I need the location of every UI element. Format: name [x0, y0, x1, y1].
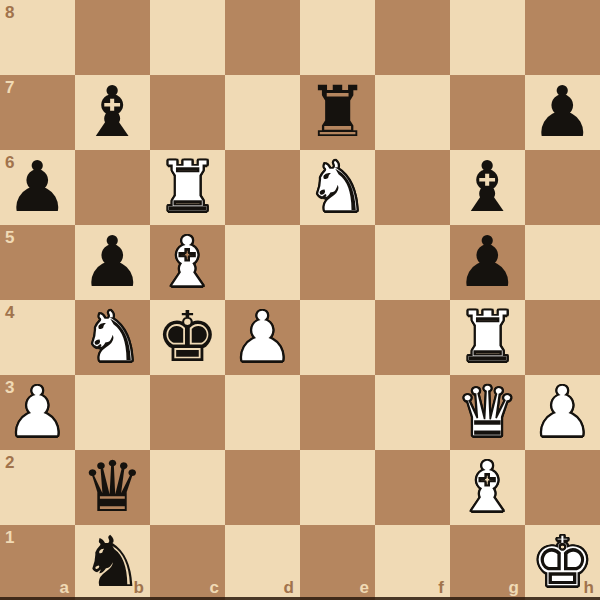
piece-black-knight-b1[interactable]: ♞: [75, 525, 150, 600]
piece-black-pawn-h7[interactable]: ♟: [525, 75, 600, 150]
square-g7[interactable]: [450, 75, 525, 150]
piece-white-pawn-a3[interactable]: ♟: [0, 375, 75, 450]
square-c1[interactable]: c: [150, 525, 225, 600]
chess-board: 87♝♜♟6♟♜♞♝5♟♝♟4♞♚♟♜3♟♛♟2♛♝1ab♞cdefgh♚: [0, 0, 600, 600]
square-e1[interactable]: e: [300, 525, 375, 600]
rank-label-7: 7: [5, 79, 14, 96]
rank-label-5: 5: [5, 229, 14, 246]
square-f3[interactable]: [375, 375, 450, 450]
square-a1[interactable]: 1a: [0, 525, 75, 600]
square-a6[interactable]: 6♟: [0, 150, 75, 225]
square-g8[interactable]: [450, 0, 525, 75]
square-c5[interactable]: ♝: [150, 225, 225, 300]
piece-white-pawn-d4[interactable]: ♟: [225, 300, 300, 375]
rank-label-4: 4: [5, 304, 14, 321]
square-b8[interactable]: [75, 0, 150, 75]
rank-label-1: 1: [5, 529, 14, 546]
piece-white-bishop-c5[interactable]: ♝: [150, 225, 225, 300]
square-a4[interactable]: 4: [0, 300, 75, 375]
square-d3[interactable]: [225, 375, 300, 450]
square-c7[interactable]: [150, 75, 225, 150]
square-e5[interactable]: [300, 225, 375, 300]
square-c4[interactable]: ♚: [150, 300, 225, 375]
square-d7[interactable]: [225, 75, 300, 150]
square-h4[interactable]: [525, 300, 600, 375]
file-label-a: a: [60, 579, 69, 596]
square-g6[interactable]: ♝: [450, 150, 525, 225]
piece-white-knight-b4[interactable]: ♞: [75, 300, 150, 375]
square-b6[interactable]: [75, 150, 150, 225]
square-e6[interactable]: ♞: [300, 150, 375, 225]
file-label-c: c: [210, 579, 219, 596]
file-label-f: f: [438, 579, 444, 596]
piece-black-bishop-b7[interactable]: ♝: [75, 75, 150, 150]
square-d6[interactable]: [225, 150, 300, 225]
square-c8[interactable]: [150, 0, 225, 75]
square-d4[interactable]: ♟: [225, 300, 300, 375]
square-e3[interactable]: [300, 375, 375, 450]
square-h2[interactable]: [525, 450, 600, 525]
square-h6[interactable]: [525, 150, 600, 225]
square-h7[interactable]: ♟: [525, 75, 600, 150]
square-g3[interactable]: ♛: [450, 375, 525, 450]
square-b1[interactable]: b♞: [75, 525, 150, 600]
square-f7[interactable]: [375, 75, 450, 150]
square-e7[interactable]: ♜: [300, 75, 375, 150]
square-d1[interactable]: d: [225, 525, 300, 600]
square-h3[interactable]: ♟: [525, 375, 600, 450]
piece-black-king-c4[interactable]: ♚: [150, 300, 225, 375]
square-a8[interactable]: 8: [0, 0, 75, 75]
square-h8[interactable]: [525, 0, 600, 75]
square-f1[interactable]: f: [375, 525, 450, 600]
square-b3[interactable]: [75, 375, 150, 450]
piece-white-bishop-g2[interactable]: ♝: [450, 450, 525, 525]
square-c2[interactable]: [150, 450, 225, 525]
square-h1[interactable]: h♚: [525, 525, 600, 600]
piece-white-pawn-h3[interactable]: ♟: [525, 375, 600, 450]
square-f5[interactable]: [375, 225, 450, 300]
square-f2[interactable]: [375, 450, 450, 525]
piece-white-rook-c6[interactable]: ♜: [150, 150, 225, 225]
piece-white-knight-e6[interactable]: ♞: [300, 150, 375, 225]
square-f6[interactable]: [375, 150, 450, 225]
square-b4[interactable]: ♞: [75, 300, 150, 375]
piece-white-rook-g4[interactable]: ♜: [450, 300, 525, 375]
piece-black-bishop-g6[interactable]: ♝: [450, 150, 525, 225]
file-label-g: g: [509, 579, 519, 596]
file-label-d: d: [284, 579, 294, 596]
square-d2[interactable]: [225, 450, 300, 525]
square-a2[interactable]: 2: [0, 450, 75, 525]
piece-black-pawn-g5[interactable]: ♟: [450, 225, 525, 300]
square-b5[interactable]: ♟: [75, 225, 150, 300]
square-c3[interactable]: [150, 375, 225, 450]
square-e4[interactable]: [300, 300, 375, 375]
square-b7[interactable]: ♝: [75, 75, 150, 150]
piece-white-king-h1[interactable]: ♚: [525, 525, 600, 600]
rank-label-8: 8: [5, 4, 14, 21]
square-e8[interactable]: [300, 0, 375, 75]
square-g2[interactable]: ♝: [450, 450, 525, 525]
file-label-e: e: [360, 579, 369, 596]
square-f8[interactable]: [375, 0, 450, 75]
piece-black-pawn-b5[interactable]: ♟: [75, 225, 150, 300]
square-e2[interactable]: [300, 450, 375, 525]
square-d5[interactable]: [225, 225, 300, 300]
piece-white-queen-g3[interactable]: ♛: [450, 375, 525, 450]
square-a7[interactable]: 7: [0, 75, 75, 150]
square-g5[interactable]: ♟: [450, 225, 525, 300]
square-h5[interactable]: [525, 225, 600, 300]
square-a3[interactable]: 3♟: [0, 375, 75, 450]
piece-black-rook-e7[interactable]: ♜: [300, 75, 375, 150]
piece-black-queen-b2[interactable]: ♛: [75, 450, 150, 525]
square-b2[interactable]: ♛: [75, 450, 150, 525]
square-f4[interactable]: [375, 300, 450, 375]
square-c6[interactable]: ♜: [150, 150, 225, 225]
square-g4[interactable]: ♜: [450, 300, 525, 375]
square-a5[interactable]: 5: [0, 225, 75, 300]
rank-label-2: 2: [5, 454, 14, 471]
piece-black-pawn-a6[interactable]: ♟: [0, 150, 75, 225]
square-d8[interactable]: [225, 0, 300, 75]
square-g1[interactable]: g: [450, 525, 525, 600]
